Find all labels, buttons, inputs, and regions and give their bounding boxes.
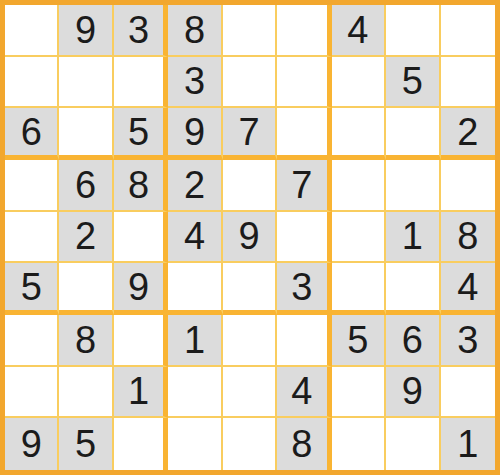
- cell-r5c7[interactable]: [332, 212, 386, 264]
- cell-r9c1[interactable]: 9: [5, 418, 59, 470]
- cell-r3c1[interactable]: 6: [5, 108, 59, 160]
- cell-r1c4[interactable]: 8: [168, 5, 222, 57]
- cell-r2c7[interactable]: [332, 57, 386, 109]
- cell-r3c5[interactable]: 7: [223, 108, 277, 160]
- cell-r3c7[interactable]: [332, 108, 386, 160]
- cell-r3c2[interactable]: [59, 108, 113, 160]
- cell-r6c7[interactable]: [332, 263, 386, 315]
- cell-r2c6[interactable]: [277, 57, 331, 109]
- cell-r9c2[interactable]: 5: [59, 418, 113, 470]
- cell-r6c5[interactable]: [223, 263, 277, 315]
- cell-r7c5[interactable]: [223, 315, 277, 367]
- cell-r7c6[interactable]: [277, 315, 331, 367]
- cell-r5c9[interactable]: 8: [441, 212, 495, 264]
- cell-r3c3[interactable]: 5: [114, 108, 168, 160]
- cell-r5c5[interactable]: 9: [223, 212, 277, 264]
- cell-r5c2[interactable]: 2: [59, 212, 113, 264]
- cell-r5c6[interactable]: [277, 212, 331, 264]
- cell-r8c1[interactable]: [5, 367, 59, 419]
- cell-r2c3[interactable]: [114, 57, 168, 109]
- cell-r4c6[interactable]: 7: [277, 160, 331, 212]
- cell-r6c3[interactable]: 9: [114, 263, 168, 315]
- cell-r4c7[interactable]: [332, 160, 386, 212]
- cell-r7c7[interactable]: 5: [332, 315, 386, 367]
- cell-r1c1[interactable]: [5, 5, 59, 57]
- cell-r4c2[interactable]: 6: [59, 160, 113, 212]
- cell-r3c8[interactable]: [386, 108, 440, 160]
- cell-r3c4[interactable]: 9: [168, 108, 222, 160]
- cell-r6c8[interactable]: [386, 263, 440, 315]
- cell-r5c1[interactable]: [5, 212, 59, 264]
- cell-r6c6[interactable]: 3: [277, 263, 331, 315]
- cell-r8c5[interactable]: [223, 367, 277, 419]
- cell-r4c3[interactable]: 8: [114, 160, 168, 212]
- cell-r1c8[interactable]: [386, 5, 440, 57]
- cell-r3c6[interactable]: [277, 108, 331, 160]
- cell-r9c7[interactable]: [332, 418, 386, 470]
- cell-r2c9[interactable]: [441, 57, 495, 109]
- cell-r2c2[interactable]: [59, 57, 113, 109]
- cell-r4c4[interactable]: 2: [168, 160, 222, 212]
- cell-r2c8[interactable]: 5: [386, 57, 440, 109]
- cell-r7c3[interactable]: [114, 315, 168, 367]
- cell-r9c6[interactable]: 8: [277, 418, 331, 470]
- cell-r1c6[interactable]: [277, 5, 331, 57]
- cell-r4c9[interactable]: [441, 160, 495, 212]
- cell-r6c4[interactable]: [168, 263, 222, 315]
- cell-r7c9[interactable]: 3: [441, 315, 495, 367]
- cell-r2c5[interactable]: [223, 57, 277, 109]
- cell-r1c3[interactable]: 3: [114, 5, 168, 57]
- cell-r2c1[interactable]: [5, 57, 59, 109]
- cell-r4c8[interactable]: [386, 160, 440, 212]
- cell-r1c9[interactable]: [441, 5, 495, 57]
- cell-r5c4[interactable]: 4: [168, 212, 222, 264]
- cell-r3c9[interactable]: 2: [441, 108, 495, 160]
- cell-r8c9[interactable]: [441, 367, 495, 419]
- cell-r9c5[interactable]: [223, 418, 277, 470]
- cell-r8c6[interactable]: 4: [277, 367, 331, 419]
- cell-r2c4[interactable]: 3: [168, 57, 222, 109]
- cell-r5c3[interactable]: [114, 212, 168, 264]
- sudoku-board: 938435659726827249185934815631499581: [0, 0, 500, 475]
- cell-r7c8[interactable]: 6: [386, 315, 440, 367]
- cell-r9c9[interactable]: 1: [441, 418, 495, 470]
- cell-r6c2[interactable]: [59, 263, 113, 315]
- cell-r5c8[interactable]: 1: [386, 212, 440, 264]
- cell-r9c8[interactable]: [386, 418, 440, 470]
- cell-r6c1[interactable]: 5: [5, 263, 59, 315]
- cell-r1c2[interactable]: 9: [59, 5, 113, 57]
- cell-r8c7[interactable]: [332, 367, 386, 419]
- cell-r9c3[interactable]: [114, 418, 168, 470]
- cell-r8c3[interactable]: 1: [114, 367, 168, 419]
- cell-r7c4[interactable]: 1: [168, 315, 222, 367]
- cell-r8c4[interactable]: [168, 367, 222, 419]
- cell-r4c1[interactable]: [5, 160, 59, 212]
- cell-r8c2[interactable]: [59, 367, 113, 419]
- cell-r1c7[interactable]: 4: [332, 5, 386, 57]
- cell-r7c2[interactable]: 8: [59, 315, 113, 367]
- cell-r9c4[interactable]: [168, 418, 222, 470]
- cell-r6c9[interactable]: 4: [441, 263, 495, 315]
- cell-r7c1[interactable]: [5, 315, 59, 367]
- cell-r8c8[interactable]: 9: [386, 367, 440, 419]
- cell-r1c5[interactable]: [223, 5, 277, 57]
- cell-r4c5[interactable]: [223, 160, 277, 212]
